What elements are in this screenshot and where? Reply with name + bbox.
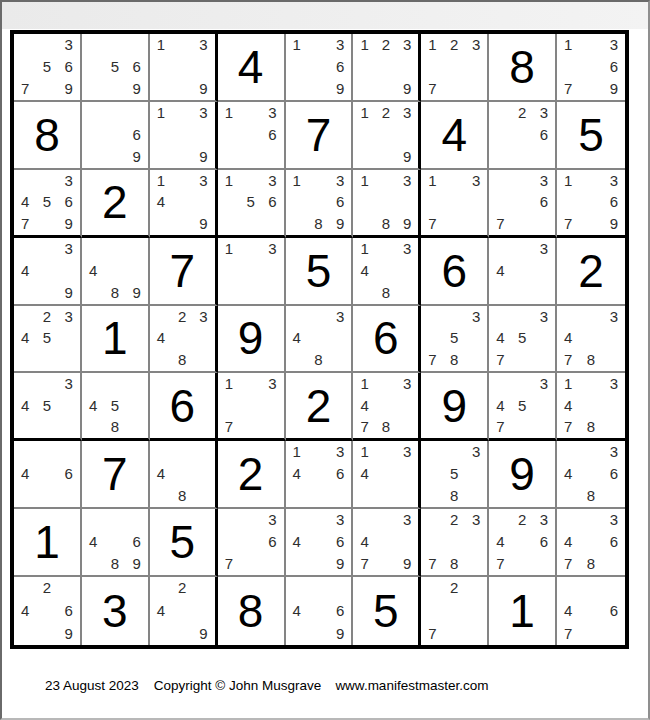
pencil-marks: 1239 xyxy=(353,102,418,168)
cell-r8c5[interactable]: 3469 xyxy=(286,509,354,577)
cell-r9c3[interactable]: 249 xyxy=(150,577,218,645)
cell-r9c1[interactable]: 2469 xyxy=(14,577,82,645)
empty-mark xyxy=(259,415,276,434)
empty-mark xyxy=(242,105,259,125)
candidate-digit: 3 xyxy=(394,376,411,395)
empty-mark xyxy=(89,57,106,77)
candidate-digit: 9 xyxy=(56,621,73,641)
cell-r1c7[interactable]: 1237 xyxy=(421,34,489,102)
cell-r5c2[interactable]: 1 xyxy=(82,306,150,374)
candidate-digit: 8 xyxy=(582,551,600,571)
candidate-digit: 4 xyxy=(157,464,174,484)
candidate-digit: 7 xyxy=(564,621,582,641)
cell-r8c8[interactable]: 23467 xyxy=(489,509,557,577)
empty-mark xyxy=(564,309,582,329)
pencil-marks: 34 xyxy=(489,238,555,304)
empty-mark xyxy=(582,211,600,230)
empty-mark xyxy=(463,211,480,230)
pencil-marks: 13478 xyxy=(353,373,418,438)
cell-r3c7[interactable]: 137 xyxy=(421,170,489,238)
empty-mark xyxy=(21,348,38,368)
candidate-digit: 3 xyxy=(463,444,480,464)
cell-r9c4[interactable]: 8 xyxy=(218,577,286,645)
cell-r2c1[interactable]: 8 xyxy=(14,102,82,170)
candidate-digit: 3 xyxy=(259,376,276,395)
empty-mark xyxy=(360,484,377,504)
empty-mark xyxy=(327,348,344,368)
candidate-digit: 6 xyxy=(123,125,140,145)
candidate-digit: 6 xyxy=(56,600,73,620)
cell-r4c8[interactable]: 34 xyxy=(489,238,557,306)
cell-r5c6[interactable]: 6 xyxy=(353,306,421,374)
empty-mark xyxy=(123,241,140,261)
empty-mark xyxy=(327,580,344,600)
candidate-digit: 3 xyxy=(56,37,73,57)
empty-mark xyxy=(157,309,174,329)
empty-mark xyxy=(38,415,55,434)
solved-digit: 8 xyxy=(509,44,535,90)
empty-mark xyxy=(446,173,463,192)
cell-r4c2[interactable]: 489 xyxy=(82,238,150,306)
empty-mark xyxy=(531,348,548,368)
pencil-marks: 13 xyxy=(218,238,284,304)
solved-digit: 1 xyxy=(509,588,535,634)
candidate-digit: 3 xyxy=(394,241,411,261)
solved-digit: 2 xyxy=(238,451,264,497)
pencil-marks: 569 xyxy=(82,34,148,100)
candidate-digit: 4 xyxy=(157,328,174,348)
solved-digit: 6 xyxy=(169,383,195,429)
candidate-digit: 7 xyxy=(360,551,377,571)
empty-mark xyxy=(582,76,600,96)
candidate-digit: 9 xyxy=(394,144,411,164)
candidate-digit: 5 xyxy=(446,464,463,484)
solved-digit: 5 xyxy=(169,519,195,565)
empty-mark xyxy=(174,105,191,125)
pencil-marks: 4689 xyxy=(82,509,148,575)
empty-mark xyxy=(21,37,38,57)
candidate-digit: 9 xyxy=(394,211,411,230)
candidate-digit: 2 xyxy=(377,105,394,125)
empty-mark xyxy=(377,173,394,192)
empty-mark xyxy=(21,484,38,504)
candidate-digit: 5 xyxy=(514,328,531,348)
solved-digit: 7 xyxy=(169,248,195,294)
candidate-digit: 7 xyxy=(428,211,445,230)
empty-mark xyxy=(56,260,73,280)
cell-r2c7[interactable]: 4 xyxy=(421,102,489,170)
candidate-digit: 9 xyxy=(600,211,618,230)
cell-r4c6[interactable]: 1348 xyxy=(353,238,421,306)
cell-r8c1[interactable]: 1 xyxy=(14,509,82,577)
candidate-digit: 9 xyxy=(327,551,344,571)
cell-r1c4[interactable]: 4 xyxy=(218,34,286,102)
cell-r1c8[interactable]: 8 xyxy=(489,34,557,102)
pencil-marks: 3478 xyxy=(557,306,625,372)
cell-r4c3[interactable]: 7 xyxy=(150,238,218,306)
empty-mark xyxy=(310,57,327,77)
candidate-digit: 4 xyxy=(21,464,38,484)
empty-mark xyxy=(428,532,445,552)
cell-r5c8[interactable]: 3457 xyxy=(489,306,557,374)
candidate-digit: 7 xyxy=(428,551,445,571)
empty-mark xyxy=(394,464,411,484)
empty-mark xyxy=(174,464,191,484)
empty-mark xyxy=(225,280,242,300)
cell-r8c6[interactable]: 3479 xyxy=(353,509,421,577)
candidate-digit: 6 xyxy=(600,57,618,77)
empty-mark xyxy=(531,260,548,280)
empty-mark xyxy=(21,309,38,329)
empty-mark xyxy=(514,551,531,571)
empty-mark xyxy=(564,580,582,600)
empty-mark xyxy=(564,192,582,211)
empty-mark xyxy=(582,532,600,552)
window-titlebar xyxy=(2,2,648,29)
cell-r1c9[interactable]: 13679 xyxy=(557,34,625,102)
cell-r9c2[interactable]: 3 xyxy=(82,577,150,645)
candidate-digit: 6 xyxy=(259,532,276,552)
empty-mark xyxy=(514,173,531,192)
candidate-digit: 4 xyxy=(564,396,582,415)
candidate-digit: 4 xyxy=(21,600,38,620)
candidate-digit: 4 xyxy=(360,396,377,415)
cell-r3c3[interactable]: 1349 xyxy=(150,170,218,238)
cell-r5c9[interactable]: 3478 xyxy=(557,306,625,374)
cell-r1c5[interactable]: 1369 xyxy=(286,34,354,102)
empty-mark xyxy=(293,57,310,77)
empty-mark xyxy=(310,309,327,329)
empty-mark xyxy=(157,444,174,464)
candidate-digit: 4 xyxy=(293,600,310,620)
empty-mark xyxy=(106,260,123,280)
pencil-marks: 2469 xyxy=(14,577,80,645)
empty-mark xyxy=(259,280,276,300)
cell-r7c3[interactable]: 48 xyxy=(150,441,218,509)
cell-r2c9[interactable]: 5 xyxy=(557,102,625,170)
cell-r8c9[interactable]: 34678 xyxy=(557,509,625,577)
cell-r4c4[interactable]: 13 xyxy=(218,238,286,306)
empty-mark xyxy=(446,192,463,211)
empty-mark xyxy=(38,464,55,484)
empty-mark xyxy=(463,57,480,77)
cell-r7c4[interactable]: 2 xyxy=(218,441,286,509)
cell-r7c2[interactable]: 7 xyxy=(82,441,150,509)
empty-mark xyxy=(310,37,327,57)
empty-mark xyxy=(174,621,191,641)
cell-r9c6[interactable]: 5 xyxy=(353,577,421,645)
candidate-digit: 6 xyxy=(531,192,548,211)
empty-mark xyxy=(310,76,327,96)
empty-mark xyxy=(582,328,600,348)
candidate-digit: 1 xyxy=(564,376,582,395)
candidate-digit: 2 xyxy=(174,309,191,329)
candidate-digit: 7 xyxy=(496,415,513,434)
empty-mark xyxy=(514,376,531,395)
empty-mark xyxy=(514,125,531,145)
solved-digit: 2 xyxy=(306,383,332,429)
cell-r2c2[interactable]: 69 xyxy=(82,102,150,170)
candidate-digit: 1 xyxy=(360,105,377,125)
empty-mark xyxy=(106,512,123,532)
candidate-digit: 7 xyxy=(564,211,582,230)
candidate-digit: 4 xyxy=(496,532,513,552)
empty-mark xyxy=(600,551,618,571)
cell-r8c4[interactable]: 367 xyxy=(218,509,286,577)
empty-mark xyxy=(242,144,259,164)
solved-digit: 7 xyxy=(306,112,332,158)
empty-mark xyxy=(463,621,480,641)
cell-r6c2[interactable]: 458 xyxy=(82,373,150,441)
cell-r1c1[interactable]: 35679 xyxy=(14,34,82,102)
empty-mark xyxy=(514,309,531,329)
empty-mark xyxy=(514,211,531,230)
candidate-digit: 3 xyxy=(327,173,344,192)
candidate-digit: 8 xyxy=(446,348,463,368)
cell-r7c5[interactable]: 1346 xyxy=(286,441,354,509)
empty-mark xyxy=(191,57,208,77)
empty-mark xyxy=(394,192,411,211)
candidate-digit: 4 xyxy=(564,600,582,620)
candidate-digit: 2 xyxy=(514,512,531,532)
candidate-digit: 9 xyxy=(191,76,208,96)
candidate-digit: 9 xyxy=(123,551,140,571)
candidate-digit: 3 xyxy=(531,512,548,532)
candidate-digit: 1 xyxy=(225,105,242,125)
candidate-digit: 9 xyxy=(123,144,140,164)
pencil-marks: 3457 xyxy=(489,373,555,438)
empty-mark xyxy=(174,37,191,57)
empty-mark xyxy=(582,464,600,484)
candidate-digit: 1 xyxy=(293,173,310,192)
empty-mark xyxy=(310,532,327,552)
solved-digit: 7 xyxy=(102,451,128,497)
candidate-digit: 6 xyxy=(600,192,618,211)
empty-mark xyxy=(531,415,548,434)
pencil-marks: 2348 xyxy=(150,306,215,372)
cell-r6c4[interactable]: 137 xyxy=(218,373,286,441)
empty-mark xyxy=(514,348,531,368)
cell-r5c5[interactable]: 348 xyxy=(286,306,354,374)
cell-r8c2[interactable]: 4689 xyxy=(82,509,150,577)
candidate-digit: 7 xyxy=(564,76,582,96)
empty-mark xyxy=(428,57,445,77)
candidate-digit: 4 xyxy=(496,328,513,348)
pencil-marks: 137 xyxy=(421,170,487,235)
cell-r7c1[interactable]: 46 xyxy=(14,441,82,509)
cell-r5c7[interactable]: 3578 xyxy=(421,306,489,374)
pencil-marks: 345679 xyxy=(14,170,80,235)
pencil-marks: 3479 xyxy=(353,509,418,575)
footer: 23 August 2023 Copyright © John Musgrave… xyxy=(45,678,488,693)
empty-mark xyxy=(310,551,327,571)
solved-digit: 8 xyxy=(238,588,264,634)
cell-r4c9[interactable]: 2 xyxy=(557,238,625,306)
candidate-digit: 4 xyxy=(21,260,38,280)
empty-mark xyxy=(582,57,600,77)
empty-mark xyxy=(123,260,140,280)
candidate-digit: 7 xyxy=(428,348,445,368)
cell-r3c8[interactable]: 367 xyxy=(489,170,557,238)
empty-mark xyxy=(38,76,55,96)
cell-r3c6[interactable]: 1389 xyxy=(353,170,421,238)
candidate-digit: 9 xyxy=(56,76,73,96)
cell-r6c9[interactable]: 13478 xyxy=(557,373,625,441)
empty-mark xyxy=(191,600,208,620)
solved-digit: 4 xyxy=(441,112,467,158)
cell-r9c9[interactable]: 467 xyxy=(557,577,625,645)
empty-mark xyxy=(360,192,377,211)
cell-r5c1[interactable]: 2345 xyxy=(14,306,82,374)
empty-mark xyxy=(293,621,310,641)
cell-r1c2[interactable]: 569 xyxy=(82,34,150,102)
cell-r2c3[interactable]: 139 xyxy=(150,102,218,170)
cell-r5c4[interactable]: 9 xyxy=(218,306,286,374)
solved-digit: 6 xyxy=(441,248,467,294)
cell-r6c6[interactable]: 13478 xyxy=(353,373,421,441)
empty-mark xyxy=(463,532,480,552)
pencil-marks: 2378 xyxy=(421,509,487,575)
empty-mark xyxy=(463,464,480,484)
cell-r2c5[interactable]: 7 xyxy=(286,102,354,170)
empty-mark xyxy=(38,484,55,504)
empty-mark xyxy=(360,125,377,145)
cell-r1c6[interactable]: 1239 xyxy=(353,34,421,102)
candidate-digit: 3 xyxy=(531,376,548,395)
solved-digit: 5 xyxy=(373,588,399,634)
cell-r9c8[interactable]: 1 xyxy=(489,577,557,645)
cell-r9c7[interactable]: 27 xyxy=(421,577,489,645)
empty-mark xyxy=(394,57,411,77)
empty-mark xyxy=(446,621,463,641)
puzzle-date: 23 August 2023 xyxy=(45,678,139,693)
pencil-marks: 27 xyxy=(421,577,487,645)
empty-mark xyxy=(242,260,259,280)
solved-digit: 1 xyxy=(102,315,128,361)
empty-mark xyxy=(446,444,463,464)
empty-mark xyxy=(225,532,242,552)
cell-r5c3[interactable]: 2348 xyxy=(150,306,218,374)
empty-mark xyxy=(428,309,445,329)
empty-mark xyxy=(106,376,123,395)
cell-r3c1[interactable]: 345679 xyxy=(14,170,82,238)
pencil-marks: 13679 xyxy=(557,34,625,100)
empty-mark xyxy=(157,144,174,164)
empty-mark xyxy=(174,600,191,620)
candidate-digit: 3 xyxy=(394,444,411,464)
candidate-digit: 8 xyxy=(582,484,600,504)
cell-r1c3[interactable]: 139 xyxy=(150,34,218,102)
empty-mark xyxy=(463,580,480,600)
empty-mark xyxy=(174,328,191,348)
cell-r7c7[interactable]: 358 xyxy=(421,441,489,509)
cell-r2c8[interactable]: 236 xyxy=(489,102,557,170)
cell-r4c1[interactable]: 349 xyxy=(14,238,82,306)
cell-r3c4[interactable]: 1356 xyxy=(218,170,286,238)
empty-mark xyxy=(531,551,548,571)
candidate-digit: 3 xyxy=(56,376,73,395)
cell-r8c3[interactable]: 5 xyxy=(150,509,218,577)
cell-r9c5[interactable]: 469 xyxy=(286,577,354,645)
empty-mark xyxy=(360,280,377,300)
empty-mark xyxy=(106,241,123,261)
cell-r3c9[interactable]: 13679 xyxy=(557,170,625,238)
cell-r7c6[interactable]: 134 xyxy=(353,441,421,509)
empty-mark xyxy=(191,348,208,368)
empty-mark xyxy=(377,192,394,211)
candidate-digit: 3 xyxy=(327,309,344,329)
cell-r6c8[interactable]: 3457 xyxy=(489,373,557,441)
empty-mark xyxy=(242,551,259,571)
empty-mark xyxy=(428,580,445,600)
empty-mark xyxy=(157,580,174,600)
empty-mark xyxy=(394,260,411,280)
cell-r2c4[interactable]: 136 xyxy=(218,102,286,170)
candidate-digit: 7 xyxy=(360,415,377,434)
cell-r3c2[interactable]: 2 xyxy=(82,170,150,238)
candidate-digit: 6 xyxy=(259,125,276,145)
empty-mark xyxy=(225,396,242,415)
cell-r4c7[interactable]: 6 xyxy=(421,238,489,306)
empty-mark xyxy=(310,173,327,192)
empty-mark xyxy=(310,600,327,620)
pencil-marks: 139 xyxy=(150,34,215,100)
empty-mark xyxy=(360,57,377,77)
pencil-marks: 236 xyxy=(489,102,555,168)
empty-mark xyxy=(531,328,548,348)
empty-mark xyxy=(446,211,463,230)
candidate-digit: 3 xyxy=(327,512,344,532)
cell-r7c9[interactable]: 3468 xyxy=(557,441,625,509)
candidate-digit: 4 xyxy=(496,260,513,280)
candidate-digit: 2 xyxy=(446,37,463,57)
empty-mark xyxy=(56,328,73,348)
candidate-digit: 3 xyxy=(327,37,344,57)
pencil-marks: 34678 xyxy=(557,509,625,575)
candidate-digit: 4 xyxy=(21,328,38,348)
empty-mark xyxy=(377,125,394,145)
cell-r6c5[interactable]: 2 xyxy=(286,373,354,441)
empty-mark xyxy=(310,444,327,464)
candidate-digit: 8 xyxy=(174,484,191,504)
empty-mark xyxy=(496,512,513,532)
cell-r3c5[interactable]: 13689 xyxy=(286,170,354,238)
cell-r7c8[interactable]: 9 xyxy=(489,441,557,509)
cell-r2c6[interactable]: 1239 xyxy=(353,102,421,170)
empty-mark xyxy=(428,328,445,348)
empty-mark xyxy=(89,125,106,145)
cell-r8c7[interactable]: 2378 xyxy=(421,509,489,577)
empty-mark xyxy=(89,144,106,164)
pencil-marks: 69 xyxy=(82,102,148,168)
candidate-digit: 3 xyxy=(394,512,411,532)
cell-r6c1[interactable]: 345 xyxy=(14,373,82,441)
empty-mark xyxy=(157,348,174,368)
empty-mark xyxy=(56,348,73,368)
empty-mark xyxy=(89,415,106,434)
candidate-digit: 2 xyxy=(38,309,55,329)
candidate-digit: 9 xyxy=(191,144,208,164)
cell-r6c7[interactable]: 9 xyxy=(421,373,489,441)
cell-r4c5[interactable]: 5 xyxy=(286,238,354,306)
candidate-digit: 5 xyxy=(38,57,55,77)
cell-r6c3[interactable]: 6 xyxy=(150,373,218,441)
candidate-digit: 6 xyxy=(600,464,618,484)
candidate-digit: 6 xyxy=(123,532,140,552)
candidate-digit: 3 xyxy=(259,241,276,261)
candidate-digit: 7 xyxy=(496,348,513,368)
empty-mark xyxy=(21,415,38,434)
